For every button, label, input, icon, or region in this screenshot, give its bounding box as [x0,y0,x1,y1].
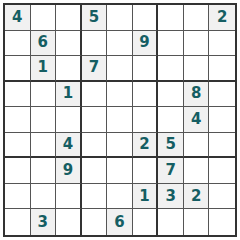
cell-r9c5[interactable]: 6 [107,209,133,235]
cell-r8c8[interactable]: 2 [184,184,210,210]
cell-r1c6[interactable] [133,5,159,31]
cell-r3c1[interactable] [5,56,31,82]
cell-r7c4[interactable] [82,158,108,184]
cell-r1c9[interactable]: 2 [209,5,235,31]
cell-r3c3[interactable] [56,56,82,82]
cell-r6c6[interactable]: 2 [133,133,159,159]
cell-r8c1[interactable] [5,184,31,210]
cell-r5c5[interactable] [107,107,133,133]
cell-r6c4[interactable] [82,133,108,159]
cell-r2c4[interactable] [82,31,108,57]
cell-r9c1[interactable] [5,209,31,235]
cell-r4c2[interactable] [31,82,57,108]
cell-r3c5[interactable] [107,56,133,82]
cell-r5c7[interactable] [158,107,184,133]
cell-r9c8[interactable] [184,209,210,235]
cell-r2c6[interactable]: 9 [133,31,159,57]
cell-r5c1[interactable] [5,107,31,133]
cell-r7c1[interactable] [5,158,31,184]
cell-r3c7[interactable] [158,56,184,82]
cell-r9c3[interactable] [56,209,82,235]
cell-r3c9[interactable] [209,56,235,82]
cell-r5c2[interactable] [31,107,57,133]
cell-r2c9[interactable] [209,31,235,57]
cell-r9c6[interactable] [133,209,159,235]
cell-r4c3[interactable]: 1 [56,82,82,108]
cell-r6c2[interactable] [31,133,57,159]
cell-r4c5[interactable] [107,82,133,108]
cell-r2c3[interactable] [56,31,82,57]
cell-r6c1[interactable] [5,133,31,159]
cell-r9c4[interactable] [82,209,108,235]
cell-r8c2[interactable] [31,184,57,210]
cell-r6c7[interactable]: 5 [158,133,184,159]
cell-r6c9[interactable] [209,133,235,159]
cell-r8c4[interactable] [82,184,108,210]
cell-r7c7[interactable]: 7 [158,158,184,184]
cell-r9c7[interactable] [158,209,184,235]
sudoku-page: 45269171844259713236 [0,0,240,240]
cell-r1c8[interactable] [184,5,210,31]
sudoku-board: 45269171844259713236 [3,3,237,237]
cell-r5c4[interactable] [82,107,108,133]
cell-r9c9[interactable] [209,209,235,235]
cell-r8c3[interactable] [56,184,82,210]
cell-r4c9[interactable] [209,82,235,108]
cell-r1c4[interactable]: 5 [82,5,108,31]
cell-r1c5[interactable] [107,5,133,31]
cell-r4c8[interactable]: 8 [184,82,210,108]
cell-r6c5[interactable] [107,133,133,159]
cell-r7c6[interactable] [133,158,159,184]
cell-r3c4[interactable]: 7 [82,56,108,82]
cell-r7c3[interactable]: 9 [56,158,82,184]
cell-r3c8[interactable] [184,56,210,82]
cell-r4c6[interactable] [133,82,159,108]
cell-r7c2[interactable] [31,158,57,184]
cell-r1c2[interactable] [31,5,57,31]
cell-r6c3[interactable]: 4 [56,133,82,159]
cell-r1c7[interactable] [158,5,184,31]
cell-r4c7[interactable] [158,82,184,108]
cell-r7c8[interactable] [184,158,210,184]
cell-r9c2[interactable]: 3 [31,209,57,235]
cell-r8c5[interactable] [107,184,133,210]
cell-r8c6[interactable]: 1 [133,184,159,210]
cell-r4c1[interactable] [5,82,31,108]
cell-r2c2[interactable]: 6 [31,31,57,57]
cell-r3c6[interactable] [133,56,159,82]
cell-r3c2[interactable]: 1 [31,56,57,82]
cell-r1c3[interactable] [56,5,82,31]
cell-r7c9[interactable] [209,158,235,184]
cell-r7c5[interactable] [107,158,133,184]
cell-r2c5[interactable] [107,31,133,57]
cell-r8c9[interactable] [209,184,235,210]
cell-r5c3[interactable] [56,107,82,133]
cell-r5c9[interactable] [209,107,235,133]
cell-r1c1[interactable]: 4 [5,5,31,31]
cell-r4c4[interactable] [82,82,108,108]
cell-r8c7[interactable]: 3 [158,184,184,210]
cell-r2c8[interactable] [184,31,210,57]
cell-r5c8[interactable]: 4 [184,107,210,133]
cell-r2c7[interactable] [158,31,184,57]
cell-r5c6[interactable] [133,107,159,133]
cell-r2c1[interactable] [5,31,31,57]
cell-r6c8[interactable] [184,133,210,159]
